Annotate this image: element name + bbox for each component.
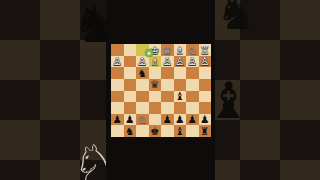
square-g3[interactable] — [124, 67, 137, 79]
square-d1[interactable]: ♕ — [161, 44, 174, 56]
square-a7[interactable]: ♟ — [199, 114, 212, 126]
black-rook: ♜ — [200, 126, 209, 137]
white-bishop: ♗ — [150, 56, 159, 67]
square-d7[interactable]: ♟ — [161, 114, 174, 126]
square-b8[interactable] — [186, 125, 199, 137]
square-b2[interactable]: ♙ — [186, 56, 199, 68]
black-knight: ♞ — [138, 68, 147, 79]
black-bishop: ♝ — [175, 126, 184, 137]
square-g5[interactable] — [124, 91, 137, 103]
white-bishop: ♗ — [175, 45, 184, 56]
square-h5[interactable] — [111, 91, 124, 103]
square-e6[interactable] — [149, 102, 162, 114]
square-b1[interactable]: ♘ — [186, 44, 199, 56]
square-e3[interactable] — [149, 67, 162, 79]
square-h4[interactable] — [111, 79, 124, 91]
square-a6[interactable] — [199, 102, 212, 114]
square-h6[interactable] — [111, 102, 124, 114]
square-a3[interactable] — [199, 67, 212, 79]
black-pawn: ♟ — [125, 114, 134, 125]
square-e7[interactable] — [149, 114, 162, 126]
square-g1[interactable] — [124, 44, 137, 56]
white-pawn: ♙ — [175, 56, 184, 67]
square-c3[interactable] — [174, 67, 187, 79]
square-a5[interactable] — [199, 91, 212, 103]
square-b4[interactable] — [186, 79, 199, 91]
square-g7[interactable]: ♟ — [124, 114, 137, 126]
square-a2[interactable]: ♙ — [199, 56, 212, 68]
black-pawn: ♟ — [175, 114, 184, 125]
black-knight-icon: ♞ — [216, 0, 255, 36]
square-h8[interactable] — [111, 125, 124, 137]
square-b3[interactable] — [186, 67, 199, 79]
square-g8[interactable]: ♞ — [124, 125, 137, 137]
square-e8[interactable]: ♚ — [149, 125, 162, 137]
square-c1[interactable]: ♗ — [174, 44, 187, 56]
best-move-badge-icon: ★ — [145, 49, 153, 57]
square-d4[interactable] — [161, 79, 174, 91]
black-king: ♚ — [150, 126, 159, 137]
square-f5[interactable] — [136, 91, 149, 103]
chess-board[interactable]: ★ ♔♕♗♘♖♙♙♗♙♙♙♙♞♛♝♟♟♘♟♟♟♟♞♚♝♜ — [111, 44, 211, 137]
square-e2[interactable]: ♗ — [149, 56, 162, 68]
square-c6[interactable] — [174, 102, 187, 114]
square-f8[interactable] — [136, 125, 149, 137]
square-f6[interactable] — [136, 102, 149, 114]
black-pawn: ♟ — [113, 114, 122, 125]
square-f2[interactable]: ♙ — [136, 56, 149, 68]
square-c8[interactable]: ♝ — [174, 125, 187, 137]
square-b6[interactable] — [186, 102, 199, 114]
square-c2[interactable]: ♙ — [174, 56, 187, 68]
black-bishop: ♝ — [175, 91, 184, 102]
white-pawn: ♙ — [200, 56, 209, 67]
square-g2[interactable] — [124, 56, 137, 68]
white-knight: ♘ — [188, 45, 197, 56]
square-f4[interactable] — [136, 79, 149, 91]
square-h3[interactable] — [111, 67, 124, 79]
black-pawn: ♟ — [188, 114, 197, 125]
square-d3[interactable] — [161, 67, 174, 79]
square-b7[interactable]: ♟ — [186, 114, 199, 126]
white-pawn: ♙ — [163, 56, 172, 67]
black-knight: ♞ — [125, 126, 134, 137]
square-f7[interactable]: ♘ — [136, 114, 149, 126]
black-pawn: ♟ — [163, 114, 172, 125]
white-rook: ♖ — [200, 45, 209, 56]
square-h7[interactable]: ♟ — [111, 114, 124, 126]
square-e5[interactable] — [149, 91, 162, 103]
square-g6[interactable] — [124, 102, 137, 114]
square-g4[interactable] — [124, 79, 137, 91]
video-frame: ★ ♔♕♗♘♖♙♙♗♙♙♙♙♞♛♝♟♟♘♟♟♟♟♞♚♝♜ — [106, 0, 215, 180]
black-pawn: ♟ — [200, 114, 209, 125]
square-f3[interactable]: ♞ — [136, 67, 149, 79]
square-a8[interactable]: ♜ — [199, 125, 212, 137]
square-h1[interactable] — [111, 44, 124, 56]
white-queen: ♕ — [163, 45, 172, 56]
square-a4[interactable] — [199, 79, 212, 91]
white-knight: ♘ — [138, 114, 147, 125]
square-c5[interactable]: ♝ — [174, 91, 187, 103]
white-pawn: ♙ — [138, 56, 147, 67]
square-d2[interactable]: ♙ — [161, 56, 174, 68]
square-d8[interactable] — [161, 125, 174, 137]
square-e4[interactable]: ♛ — [149, 79, 162, 91]
white-pawn: ♙ — [113, 56, 122, 67]
black-queen: ♛ — [150, 79, 159, 90]
square-c4[interactable] — [174, 79, 187, 91]
square-h2[interactable]: ♙ — [111, 56, 124, 68]
square-d5[interactable] — [161, 91, 174, 103]
square-a1[interactable]: ♖ — [199, 44, 212, 56]
square-d6[interactable] — [161, 102, 174, 114]
white-pawn: ♙ — [188, 56, 197, 67]
square-b5[interactable] — [186, 91, 199, 103]
square-c7[interactable]: ♟ — [174, 114, 187, 126]
